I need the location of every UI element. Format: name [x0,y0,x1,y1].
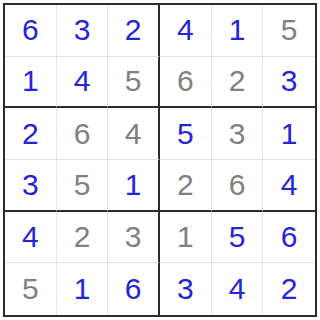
cell-r1c2[interactable]: 3 [57,5,109,57]
cell-r6c1[interactable]: 5 [5,263,57,315]
cell-r3c2[interactable]: 6 [57,108,109,160]
cell-r2c4[interactable]: 6 [160,57,212,109]
cell-r5c2[interactable]: 2 [57,212,109,264]
cell-r2c1[interactable]: 1 [5,57,57,109]
cell-r1c3[interactable]: 2 [108,5,160,57]
cell-r6c2[interactable]: 1 [57,263,109,315]
sudoku-app: 632415145623264531351264423156516342 [0,0,320,320]
cell-r1c5[interactable]: 1 [212,5,264,57]
sudoku-board: 632415145623264531351264423156516342 [3,3,317,317]
cell-r2c5[interactable]: 2 [212,57,264,109]
cell-r6c3[interactable]: 6 [108,263,160,315]
cell-r3c5[interactable]: 3 [212,108,264,160]
cell-r4c2[interactable]: 5 [57,160,109,212]
cell-r1c4[interactable]: 4 [160,5,212,57]
cell-r6c6[interactable]: 2 [263,263,315,315]
cell-r1c1[interactable]: 6 [5,5,57,57]
cell-r6c5[interactable]: 4 [212,263,264,315]
cell-r1c6[interactable]: 5 [263,5,315,57]
cell-r4c5[interactable]: 6 [212,160,264,212]
cell-r3c6[interactable]: 1 [263,108,315,160]
cell-r5c5[interactable]: 5 [212,212,264,264]
cell-r3c1[interactable]: 2 [5,108,57,160]
cell-r2c3[interactable]: 5 [108,57,160,109]
cell-r3c4[interactable]: 5 [160,108,212,160]
cell-r6c4[interactable]: 3 [160,263,212,315]
cell-r5c4[interactable]: 1 [160,212,212,264]
cell-r5c6[interactable]: 6 [263,212,315,264]
cell-r4c3[interactable]: 1 [108,160,160,212]
cell-r5c3[interactable]: 3 [108,212,160,264]
cell-r2c2[interactable]: 4 [57,57,109,109]
cell-r4c4[interactable]: 2 [160,160,212,212]
cell-r2c6[interactable]: 3 [263,57,315,109]
cell-r5c1[interactable]: 4 [5,212,57,264]
cell-r3c3[interactable]: 4 [108,108,160,160]
cell-r4c1[interactable]: 3 [5,160,57,212]
cell-r4c6[interactable]: 4 [263,160,315,212]
